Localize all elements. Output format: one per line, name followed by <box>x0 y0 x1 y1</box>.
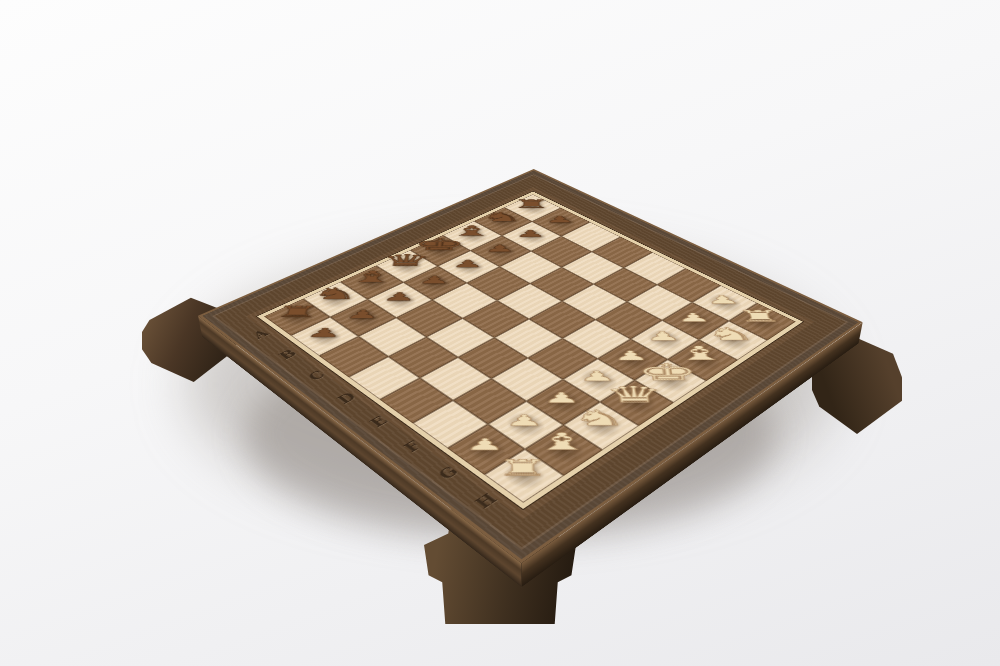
square-g5[interactable]: ♟ <box>598 339 668 380</box>
square-h6[interactable]: ♝ <box>668 340 738 381</box>
black-pawn-glyph: ♟ <box>339 291 457 302</box>
piece-contact-shadow <box>496 456 553 495</box>
square-e1[interactable] <box>380 378 453 423</box>
square-f5[interactable] <box>562 320 630 359</box>
square-h7[interactable]: ♞ <box>699 321 767 360</box>
white-pawn-glyph: ♟ <box>455 413 592 428</box>
white-knight-glyph: ♞ <box>531 407 668 428</box>
square-g4[interactable]: ♟ <box>563 359 635 402</box>
square-e2[interactable] <box>420 357 491 400</box>
square-g2[interactable]: ♟ <box>488 401 563 449</box>
file-label-e: E <box>363 412 393 431</box>
square-h3[interactable]: ♞ <box>563 402 639 450</box>
square-c1[interactable] <box>319 336 388 377</box>
piece-contact-shadow <box>607 345 658 375</box>
white-rook-glyph: ♜ <box>698 308 822 324</box>
white-pawn-glyph: ♟ <box>567 349 694 362</box>
square-c2[interactable] <box>359 318 427 357</box>
square-e3[interactable] <box>458 338 528 379</box>
white-pawn-glyph: ♟ <box>663 294 783 305</box>
square-f3[interactable] <box>491 358 563 401</box>
product-photo-scene: ♜♟♟♜♞♟♟♞♝♟♟♝♚♟♟♚♛♟♟♛♝♟♟♞♞♟♟♝♜♟♟♜ ABCDEFG… <box>0 0 1000 666</box>
white-bishop-glyph: ♝ <box>636 343 765 362</box>
piece-contact-shadow <box>573 365 625 396</box>
square-h2[interactable]: ♝ <box>525 425 603 476</box>
square-d2[interactable] <box>388 337 458 378</box>
piece-contact-shadow <box>499 408 553 443</box>
square-f1[interactable] <box>413 400 488 448</box>
piece-contact-shadow <box>536 432 592 469</box>
square-h5[interactable]: ♚ <box>635 359 707 402</box>
square-h8[interactable]: ♜ <box>729 303 796 340</box>
file-label-h: H <box>469 489 502 512</box>
white-pawn-glyph: ♟ <box>495 390 628 404</box>
square-b1[interactable]: ♟ <box>291 317 359 356</box>
white-king-glyph: ♚ <box>602 361 734 384</box>
piece-contact-shadow <box>645 365 697 396</box>
black-pawn-glyph: ♟ <box>411 258 523 268</box>
file-label-b: B <box>273 346 301 362</box>
square-h4[interactable]: ♛ <box>600 380 674 426</box>
white-pawn-glyph: ♟ <box>532 369 662 383</box>
square-h1[interactable]: ♜ <box>484 449 564 503</box>
piece-contact-shadow <box>677 345 728 375</box>
chess-board: ♜♟♟♜♞♟♟♞♝♟♟♝♚♟♟♚♛♟♟♛♝♟♟♞♞♟♟♝♜♟♟♜ ABCDEFG… <box>198 169 863 563</box>
square-g3[interactable]: ♟ <box>526 379 600 425</box>
square-g1[interactable]: ♟ <box>447 424 525 475</box>
white-pawn-glyph: ♟ <box>414 436 555 452</box>
piece-contact-shadow <box>458 431 514 468</box>
square-d3[interactable] <box>426 318 494 357</box>
black-pawn-glyph: ♟ <box>261 326 386 338</box>
black-rook-glyph: ♜ <box>480 198 583 209</box>
board-frame: ♜♟♟♜♞♟♟♞♝♟♟♝♚♟♟♚♛♟♟♛♝♟♟♞♞♟♟♝♜♟♟♜ ABCDEFG… <box>198 169 863 563</box>
file-label-d: D <box>332 389 361 407</box>
file-label-f: F <box>396 436 427 456</box>
file-label-c: C <box>302 367 330 384</box>
piece-contact-shadow <box>537 385 590 418</box>
white-queen-glyph: ♛ <box>568 383 702 406</box>
square-e4[interactable] <box>494 319 562 358</box>
piece-contact-shadow <box>610 386 663 419</box>
white-rook-glyph: ♜ <box>450 457 595 479</box>
square-d1[interactable] <box>349 357 420 400</box>
file-label-g: G <box>432 462 464 484</box>
piece-contact-shadow <box>574 408 629 443</box>
black-pawn-glyph: ♟ <box>507 215 612 224</box>
square-f4[interactable] <box>528 338 598 379</box>
black-pawn-glyph: ♟ <box>301 308 423 320</box>
white-knight-glyph: ♞ <box>667 325 794 343</box>
square-f2[interactable] <box>453 379 526 424</box>
white-bishop-glyph: ♝ <box>492 430 633 453</box>
black-pawn-glyph: ♟ <box>376 274 491 285</box>
